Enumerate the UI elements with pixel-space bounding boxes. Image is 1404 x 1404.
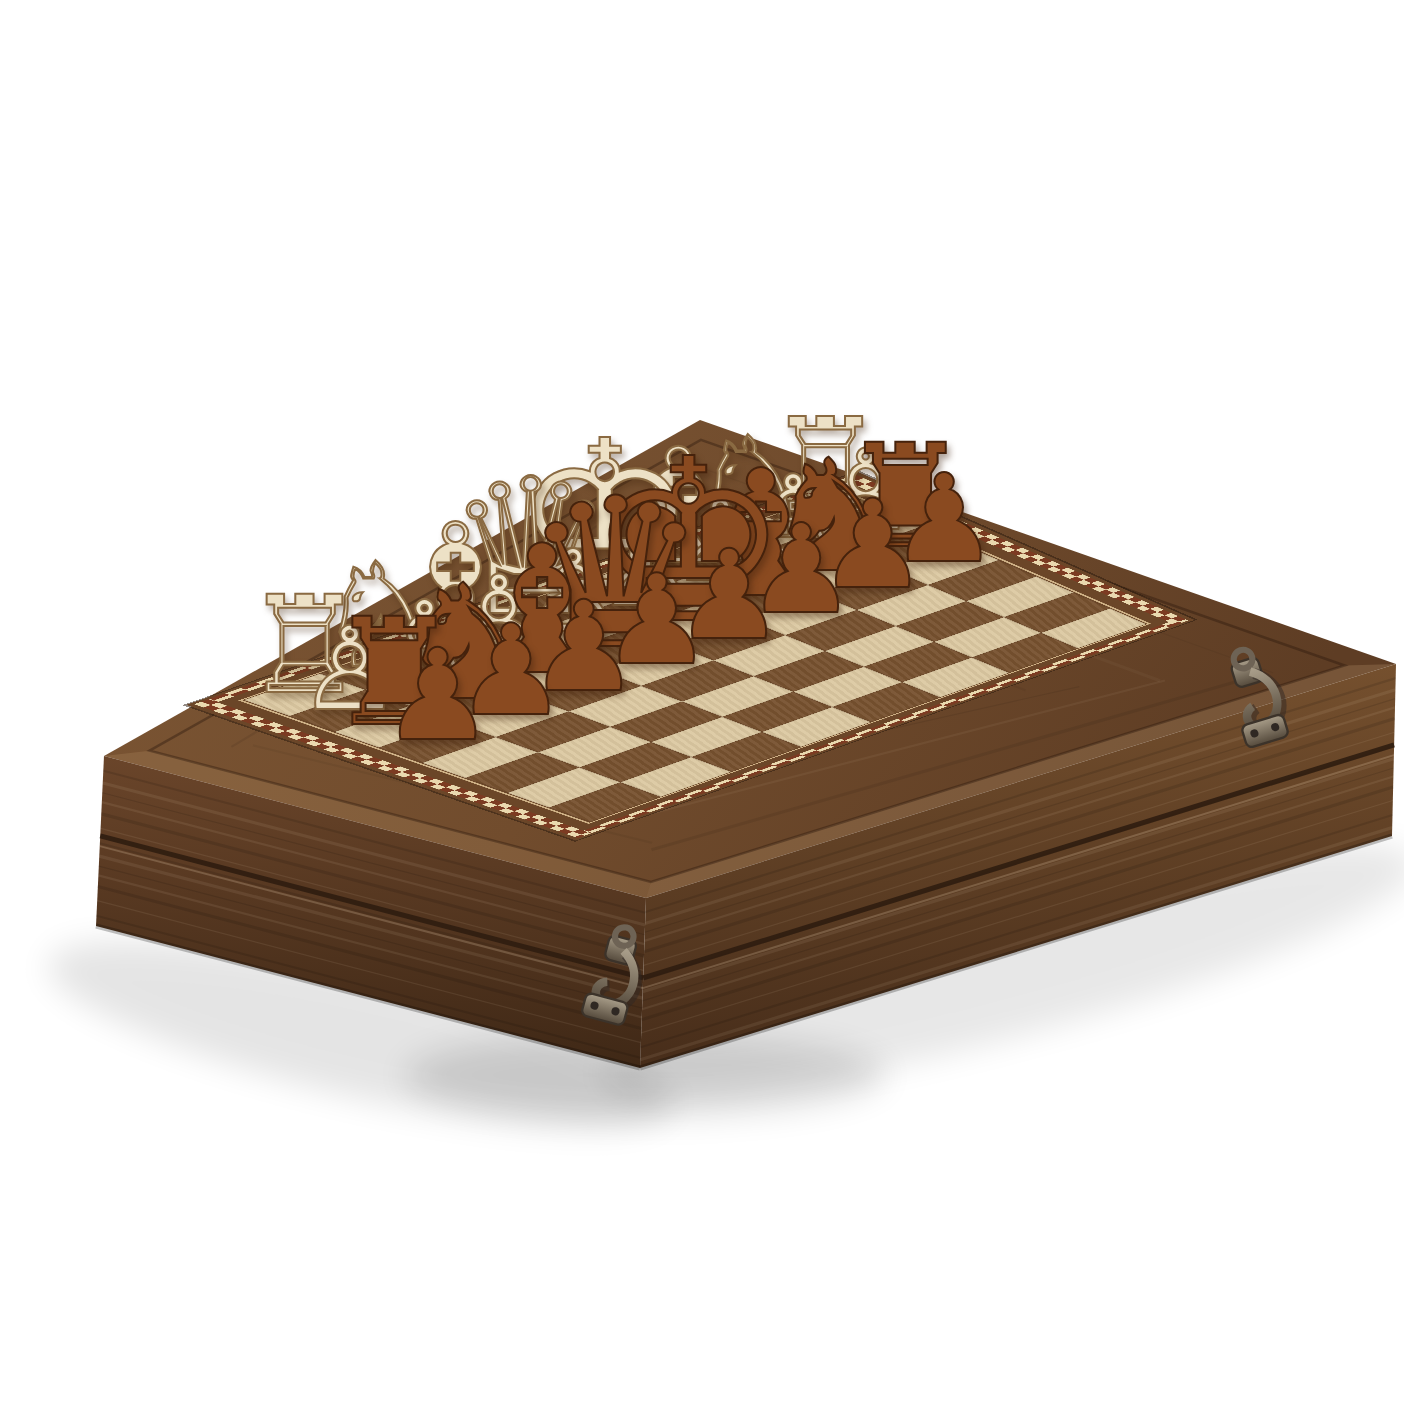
- product-photo: ♟♟♟♟♟♟♟♟♜♞♝♛♚♝♞♜♙♙♙♙♙♙♙♙♖♘♗♕♔♗♘♖: [0, 0, 1404, 1404]
